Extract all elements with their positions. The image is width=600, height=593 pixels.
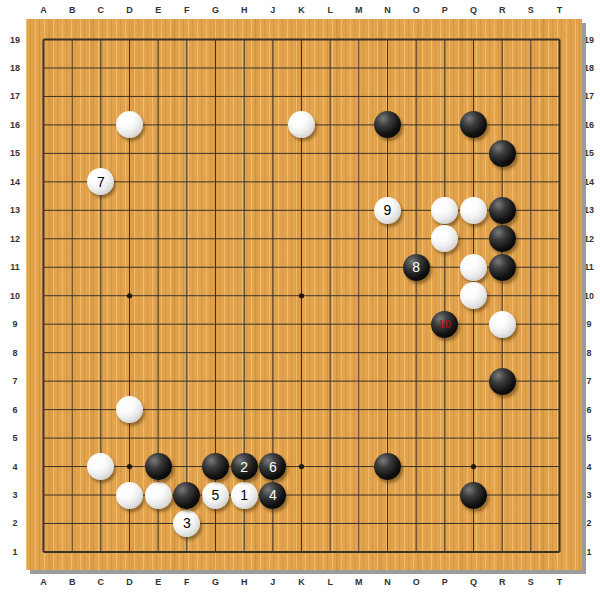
- coord-label-right-15: 15: [584, 149, 594, 158]
- coord-label-top-A: A: [40, 6, 47, 15]
- stone-black-J3: 4: [259, 482, 286, 509]
- coord-label-top-O: O: [413, 6, 420, 15]
- move-number-5: 5: [212, 488, 220, 502]
- stone-black-R15: [489, 140, 516, 167]
- coord-label-left-4: 4: [12, 462, 17, 471]
- coord-label-top-S: S: [528, 6, 534, 15]
- star-point-Q4: [471, 464, 476, 469]
- coord-label-left-16: 16: [10, 120, 20, 129]
- stone-black-R13: [489, 197, 516, 224]
- coord-label-left-5: 5: [12, 434, 17, 443]
- coord-label-top-M: M: [355, 6, 363, 15]
- coord-label-top-H: H: [241, 6, 248, 15]
- coord-label-left-9: 9: [12, 320, 17, 329]
- stone-black-F3: [173, 482, 200, 509]
- coord-label-bottom-E: E: [155, 578, 161, 587]
- move-number-1: 1: [240, 488, 248, 502]
- coord-label-right-11: 11: [584, 263, 594, 272]
- coord-label-bottom-F: F: [184, 578, 190, 587]
- coord-label-top-P: P: [442, 6, 448, 15]
- stone-white-D6: [116, 396, 143, 423]
- star-point-K10: [299, 293, 304, 298]
- coord-label-right-18: 18: [584, 63, 594, 72]
- stone-black-O11: 8: [403, 254, 430, 281]
- coord-label-top-K: K: [298, 6, 305, 15]
- coord-label-top-F: F: [184, 6, 190, 15]
- coord-label-bottom-K: K: [298, 578, 305, 587]
- stone-white-E3: [145, 482, 172, 509]
- star-point-D4: [127, 464, 132, 469]
- coord-label-right-3: 3: [586, 491, 591, 500]
- coord-label-left-12: 12: [10, 234, 20, 243]
- coord-label-left-10: 10: [10, 291, 20, 300]
- stone-white-R9: [489, 311, 516, 338]
- coord-label-top-Q: Q: [470, 6, 477, 15]
- move-number-8: 8: [412, 260, 420, 274]
- coord-label-left-18: 18: [10, 63, 20, 72]
- coord-label-right-1: 1: [586, 547, 591, 556]
- stone-white-G3: 5: [202, 482, 229, 509]
- coord-label-left-7: 7: [12, 377, 17, 386]
- coord-label-top-J: J: [270, 6, 275, 15]
- coord-label-bottom-P: P: [442, 578, 448, 587]
- coord-label-top-C: C: [98, 6, 105, 15]
- coord-label-bottom-O: O: [413, 578, 420, 587]
- coord-label-bottom-D: D: [126, 578, 133, 587]
- coord-label-bottom-N: N: [384, 578, 391, 587]
- coord-label-left-19: 19: [10, 35, 20, 44]
- coord-label-left-6: 6: [12, 405, 17, 414]
- coord-label-bottom-L: L: [327, 578, 333, 587]
- coord-label-top-E: E: [155, 6, 161, 15]
- coord-label-left-11: 11: [10, 263, 20, 272]
- coord-label-bottom-S: S: [528, 578, 534, 587]
- coord-label-left-15: 15: [10, 149, 20, 158]
- go-board[interactable]: 79513810264: [26, 19, 582, 570]
- move-number-9: 9: [384, 203, 392, 217]
- stone-black-N4: [374, 453, 401, 480]
- coord-label-top-B: B: [69, 6, 76, 15]
- stone-black-G4: [202, 453, 229, 480]
- stone-white-H3: 1: [231, 482, 258, 509]
- coord-label-top-R: R: [499, 6, 506, 15]
- stone-white-D3: [116, 482, 143, 509]
- coord-label-bottom-Q: Q: [470, 578, 477, 587]
- coord-label-right-4: 4: [586, 462, 591, 471]
- coord-label-right-9: 9: [586, 320, 591, 329]
- coord-label-left-2: 2: [12, 519, 17, 528]
- move-number-3: 3: [183, 516, 191, 530]
- star-point-D10: [127, 293, 132, 298]
- coord-label-right-7: 7: [586, 377, 591, 386]
- coord-label-left-13: 13: [10, 206, 20, 215]
- coord-label-bottom-A: A: [40, 578, 47, 587]
- coord-label-left-17: 17: [10, 92, 20, 101]
- coord-label-right-10: 10: [584, 291, 594, 300]
- coord-label-right-16: 16: [584, 120, 594, 129]
- coord-label-top-T: T: [557, 6, 563, 15]
- coord-label-right-17: 17: [584, 92, 594, 101]
- stone-black-P9: 10: [431, 311, 458, 338]
- coord-label-right-12: 12: [584, 234, 594, 243]
- coord-label-right-6: 6: [586, 405, 591, 414]
- go-grid-lines: [26, 19, 582, 570]
- coord-label-bottom-R: R: [499, 578, 506, 587]
- go-diagram-page: ABCDEFGHJKLMNOPQRST ABCDEFGHJKLMNOPQRST …: [0, 0, 600, 593]
- stone-white-Q13: [460, 197, 487, 224]
- coord-label-top-G: G: [212, 6, 219, 15]
- coord-label-right-5: 5: [586, 434, 591, 443]
- coord-label-bottom-M: M: [355, 578, 363, 587]
- move-number-2: 2: [240, 460, 248, 474]
- star-point-K4: [299, 464, 304, 469]
- coord-label-right-14: 14: [584, 177, 594, 186]
- stone-black-R7: [489, 368, 516, 395]
- stone-white-Q11: [460, 254, 487, 281]
- coord-label-top-L: L: [327, 6, 333, 15]
- stone-black-E4: [145, 453, 172, 480]
- coord-label-top-D: D: [126, 6, 133, 15]
- coord-label-bottom-G: G: [212, 578, 219, 587]
- coord-label-bottom-H: H: [241, 578, 248, 587]
- coord-label-left-14: 14: [10, 177, 20, 186]
- stone-black-H4: 2: [231, 453, 258, 480]
- stone-black-Q3: [460, 482, 487, 509]
- coord-label-right-19: 19: [584, 35, 594, 44]
- coord-label-top-N: N: [384, 6, 391, 15]
- stone-white-P13: [431, 197, 458, 224]
- move-number-10: 10: [439, 319, 451, 330]
- coord-label-bottom-J: J: [270, 578, 275, 587]
- coord-label-left-8: 8: [12, 348, 17, 357]
- coord-label-bottom-T: T: [557, 578, 563, 587]
- coord-label-left-1: 1: [12, 547, 17, 556]
- coord-label-bottom-B: B: [69, 578, 76, 587]
- move-number-6: 6: [269, 460, 277, 474]
- coord-label-right-8: 8: [586, 348, 591, 357]
- coord-label-bottom-C: C: [98, 578, 105, 587]
- coord-label-left-3: 3: [12, 491, 17, 500]
- stone-black-R12: [489, 225, 516, 252]
- stone-black-R11: [489, 254, 516, 281]
- coord-label-right-2: 2: [586, 519, 591, 528]
- stone-white-N13: 9: [374, 197, 401, 224]
- move-number-4: 4: [269, 488, 277, 502]
- coord-label-right-13: 13: [584, 206, 594, 215]
- move-number-7: 7: [97, 175, 105, 189]
